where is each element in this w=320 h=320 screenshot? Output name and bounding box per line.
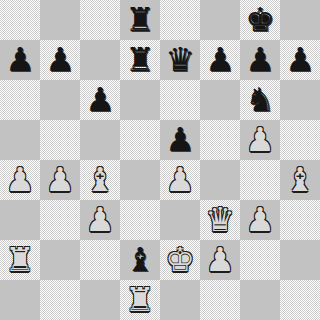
- square-f4[interactable]: [200, 160, 240, 200]
- square-g1[interactable]: [240, 280, 280, 320]
- square-e5[interactable]: ♟: [160, 120, 200, 160]
- square-g7[interactable]: ♟: [240, 40, 280, 80]
- square-f5[interactable]: [200, 120, 240, 160]
- piece-white-queen: ♛: [200, 200, 240, 240]
- square-f6[interactable]: [200, 80, 240, 120]
- square-h5[interactable]: [280, 120, 320, 160]
- piece-white-pawn: ♟: [240, 120, 280, 160]
- square-g5[interactable]: ♟: [240, 120, 280, 160]
- square-c2[interactable]: [80, 240, 120, 280]
- piece-black-pawn: ♟: [240, 40, 280, 80]
- square-a6[interactable]: [0, 80, 40, 120]
- piece-white-rook: ♜: [0, 240, 40, 280]
- square-a7[interactable]: ♟: [0, 40, 40, 80]
- square-f8[interactable]: [200, 0, 240, 40]
- square-b5[interactable]: [40, 120, 80, 160]
- square-g8[interactable]: ♚: [240, 0, 280, 40]
- square-h1[interactable]: [280, 280, 320, 320]
- square-g4[interactable]: [240, 160, 280, 200]
- piece-black-pawn: ♟: [80, 80, 120, 120]
- chess-board: ♜♚♟♟♜♛♟♟♟♟♞♟♟♟♟♝♟♝♟♛♟♜♝♚♟♜: [0, 0, 320, 320]
- square-d5[interactable]: [120, 120, 160, 160]
- square-a3[interactable]: [0, 200, 40, 240]
- square-e8[interactable]: [160, 0, 200, 40]
- square-d3[interactable]: [120, 200, 160, 240]
- square-b2[interactable]: [40, 240, 80, 280]
- square-h6[interactable]: [280, 80, 320, 120]
- square-c7[interactable]: [80, 40, 120, 80]
- square-d6[interactable]: [120, 80, 160, 120]
- piece-white-bishop: ♝: [280, 160, 320, 200]
- square-b4[interactable]: ♟: [40, 160, 80, 200]
- square-b6[interactable]: [40, 80, 80, 120]
- piece-white-king: ♚: [160, 240, 200, 280]
- square-h3[interactable]: [280, 200, 320, 240]
- square-h7[interactable]: ♟: [280, 40, 320, 80]
- square-d1[interactable]: ♜: [120, 280, 160, 320]
- square-h4[interactable]: ♝: [280, 160, 320, 200]
- square-d2[interactable]: ♝: [120, 240, 160, 280]
- piece-black-pawn: ♟: [200, 40, 240, 80]
- square-a5[interactable]: [0, 120, 40, 160]
- square-e6[interactable]: [160, 80, 200, 120]
- square-d8[interactable]: ♜: [120, 0, 160, 40]
- square-c4[interactable]: ♝: [80, 160, 120, 200]
- piece-black-pawn: ♟: [40, 40, 80, 80]
- chess-diagram: ♜♚♟♟♜♛♟♟♟♟♞♟♟♟♟♝♟♝♟♛♟♜♝♚♟♜: [0, 0, 320, 320]
- square-a1[interactable]: [0, 280, 40, 320]
- square-h2[interactable]: [280, 240, 320, 280]
- piece-white-pawn: ♟: [200, 240, 240, 280]
- square-f3[interactable]: ♛: [200, 200, 240, 240]
- square-d4[interactable]: [120, 160, 160, 200]
- square-f7[interactable]: ♟: [200, 40, 240, 80]
- square-e4[interactable]: ♟: [160, 160, 200, 200]
- square-b1[interactable]: [40, 280, 80, 320]
- square-f1[interactable]: [200, 280, 240, 320]
- piece-black-pawn: ♟: [160, 120, 200, 160]
- piece-black-knight: ♞: [240, 80, 280, 120]
- piece-white-bishop: ♝: [80, 160, 120, 200]
- square-e1[interactable]: [160, 280, 200, 320]
- square-e2[interactable]: ♚: [160, 240, 200, 280]
- piece-black-pawn: ♟: [0, 40, 40, 80]
- piece-white-pawn: ♟: [40, 160, 80, 200]
- square-a2[interactable]: ♜: [0, 240, 40, 280]
- square-c5[interactable]: [80, 120, 120, 160]
- piece-black-rook: ♜: [120, 40, 160, 80]
- square-h8[interactable]: [280, 0, 320, 40]
- square-b3[interactable]: [40, 200, 80, 240]
- piece-white-pawn: ♟: [0, 160, 40, 200]
- square-b8[interactable]: [40, 0, 80, 40]
- square-a8[interactable]: [0, 0, 40, 40]
- square-c6[interactable]: ♟: [80, 80, 120, 120]
- square-d7[interactable]: ♜: [120, 40, 160, 80]
- square-a4[interactable]: ♟: [0, 160, 40, 200]
- piece-black-king: ♚: [240, 0, 280, 40]
- piece-white-pawn: ♟: [240, 200, 280, 240]
- piece-white-pawn: ♟: [160, 160, 200, 200]
- square-g6[interactable]: ♞: [240, 80, 280, 120]
- square-c8[interactable]: [80, 0, 120, 40]
- square-c3[interactable]: ♟: [80, 200, 120, 240]
- square-g3[interactable]: ♟: [240, 200, 280, 240]
- square-e7[interactable]: ♛: [160, 40, 200, 80]
- square-b7[interactable]: ♟: [40, 40, 80, 80]
- piece-black-rook: ♜: [120, 0, 160, 40]
- piece-black-queen: ♛: [160, 40, 200, 80]
- square-g2[interactable]: [240, 240, 280, 280]
- piece-black-bishop: ♝: [120, 240, 160, 280]
- square-f2[interactable]: ♟: [200, 240, 240, 280]
- piece-black-pawn: ♟: [280, 40, 320, 80]
- square-c1[interactable]: [80, 280, 120, 320]
- square-e3[interactable]: [160, 200, 200, 240]
- piece-white-pawn: ♟: [80, 200, 120, 240]
- piece-white-rook: ♜: [120, 280, 160, 320]
